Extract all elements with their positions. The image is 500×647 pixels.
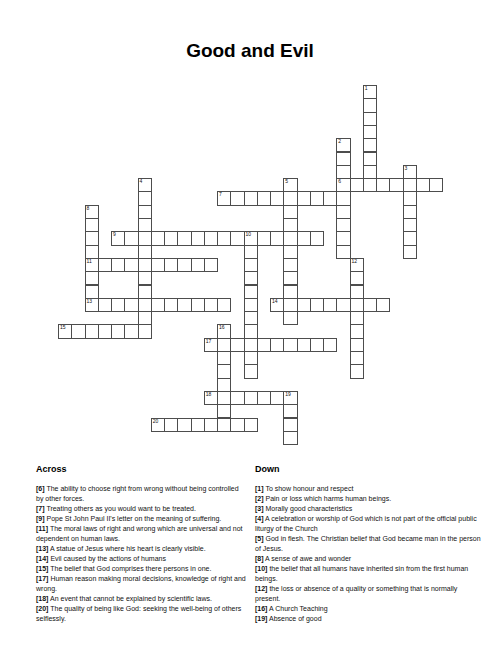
clue-number: [11] — [36, 525, 48, 532]
grid-cell[interactable] — [191, 418, 205, 432]
clue-item: [19] Absence of good — [255, 614, 483, 624]
grid-cell[interactable]: 6 — [336, 178, 350, 192]
grid-cell[interactable] — [376, 298, 390, 312]
clue-item: [18] An event that cannot be explained b… — [36, 594, 247, 604]
grid-cell[interactable] — [257, 231, 271, 245]
grid-cell[interactable] — [244, 298, 258, 312]
grid-cell[interactable] — [297, 298, 311, 312]
grid-cell[interactable] — [151, 231, 165, 245]
grid-cell[interactable] — [138, 271, 152, 285]
grid-cell[interactable] — [244, 391, 258, 405]
grid-cell[interactable] — [85, 324, 99, 338]
grid-cell[interactable]: 19 — [283, 391, 297, 405]
clue-item: [17] Human reason making moral decisions… — [36, 574, 247, 594]
grid-cell[interactable] — [350, 311, 364, 325]
cell-number: 11 — [87, 259, 92, 264]
grid-cell[interactable]: 15 — [58, 324, 72, 338]
across-clue-list: [6] The ability to choose right from wro… — [36, 484, 247, 624]
grid-cell[interactable] — [204, 258, 218, 272]
grid-cell[interactable] — [429, 178, 443, 192]
grid-cell[interactable] — [350, 178, 364, 192]
down-clue-list: [1] To show honour and respect[2] Pain o… — [255, 484, 483, 624]
grid-cell[interactable] — [336, 298, 350, 312]
grid-cell[interactable] — [217, 351, 231, 365]
clue-number: [18] — [36, 595, 48, 602]
grid-cell[interactable] — [323, 298, 337, 312]
grid-cell[interactable]: 4 — [138, 178, 152, 192]
grid-cell[interactable] — [98, 258, 112, 272]
grid-cell[interactable] — [403, 245, 417, 259]
grid-cell[interactable] — [85, 245, 99, 259]
grid-cell[interactable] — [297, 191, 311, 205]
grid-cell[interactable] — [85, 218, 99, 232]
clue-item: [13] A statue of Jesus where his heart i… — [36, 544, 247, 554]
grid-cell[interactable] — [336, 152, 350, 166]
puzzle-title: Good and Evil — [0, 40, 500, 62]
cell-number: 7 — [219, 192, 222, 197]
grid-cell[interactable] — [217, 338, 231, 352]
grid-cell[interactable] — [283, 191, 297, 205]
clue-number: [10] — [255, 565, 267, 572]
grid-cell[interactable] — [124, 231, 138, 245]
grid-cell[interactable] — [164, 298, 178, 312]
grid-cell[interactable] — [376, 178, 390, 192]
grid-cell[interactable] — [177, 418, 191, 432]
grid-cell[interactable] — [350, 271, 364, 285]
clue-number: [6] — [36, 485, 45, 492]
cell-number: 1 — [365, 86, 368, 91]
grid-cell[interactable] — [270, 391, 284, 405]
grid-cell[interactable] — [217, 418, 231, 432]
grid-cell[interactable] — [336, 165, 350, 179]
cell-number: 9 — [113, 232, 116, 237]
grid-cell[interactable] — [283, 218, 297, 232]
grid-cell[interactable] — [244, 258, 258, 272]
cell-number: 19 — [285, 392, 291, 397]
grid-cell[interactable] — [111, 298, 125, 312]
grid-cell[interactable] — [389, 178, 403, 192]
clue-item: [6] The ability to choose right from wro… — [36, 484, 247, 504]
grid-cell[interactable] — [244, 285, 258, 299]
grid-cell[interactable] — [111, 258, 125, 272]
cell-number: 18 — [206, 392, 212, 397]
grid-cell[interactable] — [283, 231, 297, 245]
cell-number: 14 — [272, 299, 278, 304]
grid-cell[interactable] — [230, 231, 244, 245]
grid-cell[interactable] — [217, 404, 231, 418]
grid-cell[interactable] — [350, 298, 364, 312]
grid-cell[interactable] — [363, 125, 377, 139]
grid-cell[interactable] — [310, 231, 324, 245]
grid-cell[interactable]: 3 — [403, 165, 417, 179]
grid-cell[interactable] — [363, 152, 377, 166]
grid-cell[interactable]: 10 — [244, 231, 258, 245]
clue-item: [4] A celebration or worship of God whic… — [255, 514, 483, 534]
down-clues-section: Down [1] To show honour and respect[2] P… — [255, 464, 483, 624]
grid-cell[interactable]: 11 — [85, 258, 99, 272]
grid-cell[interactable] — [257, 391, 271, 405]
grid-cell[interactable] — [350, 338, 364, 352]
grid-cell[interactable] — [177, 231, 191, 245]
grid-cell[interactable] — [270, 191, 284, 205]
grid-cell[interactable] — [283, 311, 297, 325]
down-header: Down — [255, 464, 483, 474]
grid-cell[interactable] — [85, 231, 99, 245]
clue-item: [11] The moral laws of right and wrong w… — [36, 524, 247, 544]
crossword-worksheet: Good and Evil 67910111314151718192012345… — [0, 0, 500, 647]
grid-cell[interactable] — [191, 231, 205, 245]
grid-cell[interactable] — [283, 205, 297, 219]
grid-cell[interactable]: 16 — [217, 324, 231, 338]
clue-number: [17] — [36, 575, 48, 582]
grid-cell[interactable] — [244, 271, 258, 285]
grid-cell[interactable] — [336, 231, 350, 245]
grid-cell[interactable] — [310, 338, 324, 352]
grid-cell[interactable] — [138, 191, 152, 205]
grid-cell[interactable] — [363, 298, 377, 312]
grid-cell[interactable] — [363, 178, 377, 192]
grid-cell[interactable] — [177, 298, 191, 312]
grid-cell[interactable] — [283, 431, 297, 445]
clue-item: [10] the belief that all humans have inh… — [255, 564, 483, 584]
clue-item: [16] A Church Teaching — [255, 604, 483, 614]
cell-number: 13 — [87, 299, 93, 304]
grid-cell[interactable] — [270, 338, 284, 352]
grid-cell[interactable]: 12 — [350, 258, 364, 272]
clue-number: [9] — [36, 515, 45, 522]
clue-number: [13] — [36, 545, 48, 552]
grid-cell[interactable] — [257, 191, 271, 205]
grid-cell[interactable] — [336, 205, 350, 219]
grid-cell[interactable] — [257, 338, 271, 352]
clue-item: [5] God in flesh. The Christian belief t… — [255, 534, 483, 554]
grid-cell[interactable] — [403, 218, 417, 232]
grid-cell[interactable] — [283, 271, 297, 285]
grid-cell[interactable] — [217, 391, 231, 405]
cell-number: 12 — [352, 259, 358, 264]
grid-cell[interactable] — [138, 205, 152, 219]
grid-cell[interactable] — [138, 324, 152, 338]
grid-cell[interactable] — [164, 418, 178, 432]
clue-number: [5] — [255, 535, 264, 542]
grid-cell[interactable] — [297, 338, 311, 352]
grid-cell[interactable] — [323, 338, 337, 352]
grid-cell[interactable] — [151, 298, 165, 312]
cell-number: 20 — [153, 419, 159, 424]
clue-number: [20] — [36, 605, 48, 612]
clue-number: [19] — [255, 615, 267, 622]
grid-cell[interactable]: 13 — [85, 298, 99, 312]
grid-cell[interactable] — [283, 418, 297, 432]
cell-number: 4 — [140, 179, 143, 184]
across-header: Across — [36, 464, 247, 474]
grid-cell[interactable] — [230, 191, 244, 205]
grid-cell[interactable] — [124, 324, 138, 338]
cell-number: 17 — [206, 339, 212, 344]
cell-number: 8 — [87, 206, 90, 211]
grid-cell[interactable] — [85, 285, 99, 299]
clue-number: [1] — [255, 485, 264, 492]
clue-item: [14] Evil caused by the actions of human… — [36, 554, 247, 564]
grid-cell[interactable] — [138, 231, 152, 245]
grid-cell[interactable] — [363, 138, 377, 152]
grid-cell[interactable]: 8 — [85, 205, 99, 219]
grid-cell[interactable]: 17 — [204, 338, 218, 352]
cell-number: 6 — [338, 179, 341, 184]
grid-cell[interactable]: 18 — [204, 391, 218, 405]
grid-cell[interactable] — [138, 298, 152, 312]
cell-number: 10 — [246, 232, 252, 237]
grid-cell[interactable] — [297, 231, 311, 245]
clue-item: [2] Pain or loss which harms human being… — [255, 494, 483, 504]
grid-cell[interactable]: 1 — [363, 85, 377, 99]
grid-cell[interactable] — [98, 298, 112, 312]
clue-item: [3] Morally good characteristics — [255, 504, 483, 514]
grid-cell[interactable] — [350, 285, 364, 299]
grid-cell[interactable] — [244, 418, 258, 432]
grid-cell[interactable] — [98, 324, 112, 338]
grid-cell[interactable] — [350, 324, 364, 338]
clue-number: [8] — [255, 555, 264, 562]
clue-item: [1] To show honour and respect — [255, 484, 483, 494]
grid-cell[interactable] — [283, 285, 297, 299]
grid-cell[interactable] — [416, 178, 430, 192]
grid-cell[interactable] — [363, 165, 377, 179]
grid-cell[interactable] — [217, 364, 231, 378]
cell-number: 3 — [405, 166, 408, 171]
grid-cell[interactable] — [230, 391, 244, 405]
grid-cell[interactable] — [138, 258, 152, 272]
grid-cell[interactable]: 20 — [151, 418, 165, 432]
grid-cell[interactable] — [244, 338, 258, 352]
grid-cell[interactable] — [350, 364, 364, 378]
grid-cell[interactable] — [310, 191, 324, 205]
clue-number: [12] — [255, 585, 267, 592]
grid-cell[interactable] — [336, 191, 350, 205]
clue-item: [12] the loss or absence of a quality or… — [255, 584, 483, 604]
cell-number: 16 — [219, 325, 225, 330]
grid-cell[interactable] — [71, 324, 85, 338]
clue-item: [15] The belief that God comprises there… — [36, 564, 247, 574]
grid-cell[interactable]: 7 — [217, 191, 231, 205]
grid-cell[interactable] — [191, 258, 205, 272]
grid-cell[interactable] — [403, 205, 417, 219]
clue-number: [16] — [255, 605, 267, 612]
grid-cell[interactable] — [244, 191, 258, 205]
grid-cell[interactable] — [403, 178, 417, 192]
grid-cell[interactable] — [138, 218, 152, 232]
grid-cell[interactable] — [230, 338, 244, 352]
grid-cell[interactable] — [204, 298, 218, 312]
clue-item: [20] The quality of being like God: seek… — [36, 604, 247, 624]
grid-cell[interactable] — [138, 245, 152, 259]
clue-number: [14] — [36, 555, 48, 562]
grid-cell[interactable] — [244, 324, 258, 338]
cell-number: 2 — [338, 139, 341, 144]
grid-cell[interactable] — [323, 191, 337, 205]
grid-cell[interactable]: 5 — [283, 178, 297, 192]
grid-cell[interactable]: 14 — [270, 298, 284, 312]
across-clues-section: Across [6] The ability to choose right f… — [36, 464, 247, 624]
clue-number: [4] — [255, 515, 264, 522]
grid-cell[interactable] — [111, 324, 125, 338]
grid-cell[interactable] — [336, 245, 350, 259]
clue-number: [7] — [36, 505, 45, 512]
grid-cell[interactable] — [403, 191, 417, 205]
grid-cell[interactable] — [85, 271, 99, 285]
grid-cell[interactable] — [283, 298, 297, 312]
grid-cell[interactable] — [336, 218, 350, 232]
grid-cell[interactable] — [164, 231, 178, 245]
grid-cell[interactable] — [177, 258, 191, 272]
grid-cell[interactable] — [217, 298, 231, 312]
grid-cell[interactable] — [283, 245, 297, 259]
grid-cell[interactable] — [151, 258, 165, 272]
grid-cell[interactable] — [124, 298, 138, 312]
grid-cell[interactable] — [138, 285, 152, 299]
clue-number: [2] — [255, 495, 264, 502]
grid-cell[interactable] — [204, 418, 218, 432]
grid-cell[interactable] — [350, 351, 364, 365]
clue-item: [7] Treating others as you would want to… — [36, 504, 247, 514]
clue-item: [8] A sense of awe and wonder — [255, 554, 483, 564]
grid-cell[interactable] — [244, 351, 258, 365]
grid-cell[interactable] — [230, 418, 244, 432]
grid-cell[interactable] — [217, 231, 231, 245]
clue-number: [3] — [255, 505, 264, 512]
grid-cell[interactable] — [217, 378, 231, 392]
grid-cell[interactable] — [124, 258, 138, 272]
grid-cell[interactable] — [191, 298, 205, 312]
grid-cell[interactable]: 9 — [111, 231, 125, 245]
grid-cell[interactable]: 2 — [336, 138, 350, 152]
grid-cell[interactable] — [244, 245, 258, 259]
grid-cell[interactable] — [244, 364, 258, 378]
grid-cell[interactable] — [204, 231, 218, 245]
clue-item: [9] Pope St John Paul II's letter on the… — [36, 514, 247, 524]
grid-cell[interactable] — [244, 311, 258, 325]
grid-cell[interactable] — [138, 311, 152, 325]
cell-number: 15 — [60, 325, 66, 330]
grid-cell[interactable] — [283, 258, 297, 272]
crossword-grid: 6791011131415171819201234581216 — [58, 85, 444, 446]
grid-cell[interactable] — [283, 338, 297, 352]
grid-cell[interactable] — [283, 404, 297, 418]
grid-cell[interactable] — [363, 112, 377, 126]
cell-number: 5 — [285, 179, 288, 184]
grid-cell[interactable] — [310, 298, 324, 312]
grid-cell[interactable] — [164, 258, 178, 272]
grid-cell[interactable] — [363, 98, 377, 112]
clue-number: [15] — [36, 565, 48, 572]
grid-cell[interactable] — [270, 231, 284, 245]
grid-cell[interactable] — [403, 231, 417, 245]
